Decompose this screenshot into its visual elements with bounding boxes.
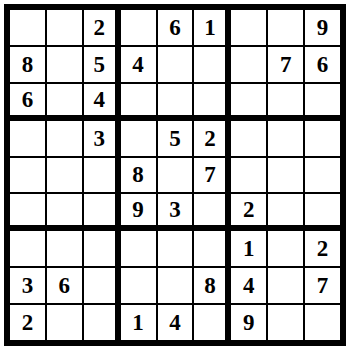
- cell-r7c7[interactable]: 1: [231, 231, 266, 266]
- cell-r8c9[interactable]: 7: [305, 268, 340, 303]
- cell-r4c3[interactable]: 3: [84, 121, 119, 156]
- cell-r9c5[interactable]: 4: [158, 305, 193, 340]
- cell-r3c7[interactable]: [231, 84, 266, 119]
- sudoku-board: 261985476643528793212368472149: [4, 4, 346, 346]
- cell-r3c3[interactable]: 4: [84, 84, 119, 119]
- cell-r4c4[interactable]: [121, 121, 156, 156]
- cell-r7c3[interactable]: [84, 231, 119, 266]
- cell-r1c4[interactable]: [121, 10, 156, 45]
- cell-r7c8[interactable]: [268, 231, 303, 266]
- cell-r3c5[interactable]: [158, 84, 193, 119]
- cell-r1c8[interactable]: [268, 10, 303, 45]
- cell-r5c3[interactable]: [84, 158, 119, 193]
- cell-r1c9[interactable]: 9: [305, 10, 340, 45]
- cell-r6c3[interactable]: [84, 194, 119, 229]
- cell-r9c6[interactable]: [194, 305, 229, 340]
- cell-r4c2[interactable]: [47, 121, 82, 156]
- cell-r4c1[interactable]: [10, 121, 45, 156]
- cell-r5c4[interactable]: 8: [121, 158, 156, 193]
- cell-r1c1[interactable]: [10, 10, 45, 45]
- cell-r9c1[interactable]: 2: [10, 305, 45, 340]
- cell-r5c9[interactable]: [305, 158, 340, 193]
- cell-r4c5[interactable]: 5: [158, 121, 193, 156]
- cell-r4c6[interactable]: 2: [194, 121, 229, 156]
- cell-r7c6[interactable]: [194, 231, 229, 266]
- puzzle-image: 261985476643528793212368472149: [0, 0, 350, 350]
- cell-r3c1[interactable]: 6: [10, 84, 45, 119]
- cell-r8c6[interactable]: 8: [194, 268, 229, 303]
- cell-r6c2[interactable]: [47, 194, 82, 229]
- cell-r1c7[interactable]: [231, 10, 266, 45]
- cell-r8c7[interactable]: 4: [231, 268, 266, 303]
- cell-r8c5[interactable]: [158, 268, 193, 303]
- cell-r3c2[interactable]: [47, 84, 82, 119]
- cell-r5c1[interactable]: [10, 158, 45, 193]
- cell-r7c9[interactable]: 2: [305, 231, 340, 266]
- cell-r6c7[interactable]: 2: [231, 194, 266, 229]
- cell-r9c9[interactable]: [305, 305, 340, 340]
- cell-r5c5[interactable]: [158, 158, 193, 193]
- cell-r9c7[interactable]: 9: [231, 305, 266, 340]
- cell-r2c6[interactable]: [194, 47, 229, 82]
- cell-r1c6[interactable]: 1: [194, 10, 229, 45]
- cell-r2c5[interactable]: [158, 47, 193, 82]
- cell-r8c3[interactable]: [84, 268, 119, 303]
- cell-r6c6[interactable]: [194, 194, 229, 229]
- cell-r4c8[interactable]: [268, 121, 303, 156]
- cell-r6c9[interactable]: [305, 194, 340, 229]
- cell-r7c2[interactable]: [47, 231, 82, 266]
- cell-r2c3[interactable]: 5: [84, 47, 119, 82]
- cell-r8c2[interactable]: 6: [47, 268, 82, 303]
- cell-r3c8[interactable]: [268, 84, 303, 119]
- cell-r4c9[interactable]: [305, 121, 340, 156]
- cell-r1c2[interactable]: [47, 10, 82, 45]
- cell-r9c3[interactable]: [84, 305, 119, 340]
- cell-r2c2[interactable]: [47, 47, 82, 82]
- cell-r9c4[interactable]: 1: [121, 305, 156, 340]
- cell-r3c9[interactable]: [305, 84, 340, 119]
- cell-r2c8[interactable]: 7: [268, 47, 303, 82]
- cell-r6c1[interactable]: [10, 194, 45, 229]
- cell-r4c7[interactable]: [231, 121, 266, 156]
- cell-r1c3[interactable]: 2: [84, 10, 119, 45]
- cell-r6c8[interactable]: [268, 194, 303, 229]
- cell-r2c9[interactable]: 6: [305, 47, 340, 82]
- cell-r3c4[interactable]: [121, 84, 156, 119]
- cell-r2c1[interactable]: 8: [10, 47, 45, 82]
- cell-r7c1[interactable]: [10, 231, 45, 266]
- cell-r1c5[interactable]: 6: [158, 10, 193, 45]
- cell-r7c5[interactable]: [158, 231, 193, 266]
- cell-r5c2[interactable]: [47, 158, 82, 193]
- cell-r3c6[interactable]: [194, 84, 229, 119]
- cell-r5c6[interactable]: 7: [194, 158, 229, 193]
- cell-r8c1[interactable]: 3: [10, 268, 45, 303]
- cell-r8c4[interactable]: [121, 268, 156, 303]
- cell-r7c4[interactable]: [121, 231, 156, 266]
- cell-r2c7[interactable]: [231, 47, 266, 82]
- cell-r9c8[interactable]: [268, 305, 303, 340]
- cell-r9c2[interactable]: [47, 305, 82, 340]
- cell-r6c4[interactable]: 9: [121, 194, 156, 229]
- cell-r2c4[interactable]: 4: [121, 47, 156, 82]
- cell-r5c7[interactable]: [231, 158, 266, 193]
- cell-r6c5[interactable]: 3: [158, 194, 193, 229]
- cell-r5c8[interactable]: [268, 158, 303, 193]
- cell-r8c8[interactable]: [268, 268, 303, 303]
